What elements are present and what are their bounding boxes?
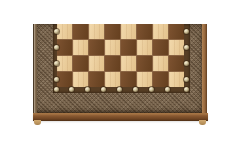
brass-stud-icon [165,87,170,92]
side-band [33,113,208,121]
board-square [153,24,168,39]
brass-stud-icon [69,87,74,92]
board-well [53,24,190,93]
brass-stud-icon [184,29,189,34]
brass-stud-icon [101,87,106,92]
right-edge-molding [202,24,207,113]
board-square [169,72,184,87]
board-square [137,56,152,71]
board-square [105,24,120,39]
brass-stud-icon [184,87,189,92]
board-square [153,72,168,87]
brass-stud-icon [184,77,189,82]
board-square [105,56,120,71]
board-square [73,24,88,39]
board-square [57,56,72,71]
brass-stud-icon [133,87,138,92]
left-edge-molding [33,24,37,113]
board-square [169,24,184,39]
board-square [121,40,136,55]
board-square [153,40,168,55]
brass-stud-icon [117,87,122,92]
brass-stud-icon [54,29,59,34]
board-square [121,56,136,71]
board-square [89,56,104,71]
board-square [57,72,72,87]
board-square [73,56,88,71]
brass-stud-icon [54,87,59,92]
brass-stud-icon [54,61,59,66]
brass-stud-icon [184,45,189,50]
brass-stud-icon [54,77,59,82]
chess-board [57,24,184,87]
brass-stud-icon [184,61,189,66]
board-square [89,72,104,87]
board-square [137,24,152,39]
board-square [169,40,184,55]
board-square [57,40,72,55]
board-square [121,72,136,87]
case-foot-left [34,120,41,125]
board-square [73,72,88,87]
board-square [57,24,72,39]
brass-stud-icon [149,87,154,92]
board-square [121,24,136,39]
brass-stud-icon [54,45,59,50]
brass-stud-icon [85,87,90,92]
board-square [89,24,104,39]
board-square [137,72,152,87]
board-square [169,56,184,71]
case-foot-right [199,120,206,125]
board-square [153,56,168,71]
board-square [137,40,152,55]
chess-case [33,24,207,121]
board-square [105,72,120,87]
board-square [105,40,120,55]
board-square [89,40,104,55]
board-square [73,40,88,55]
product-photo [0,0,240,150]
